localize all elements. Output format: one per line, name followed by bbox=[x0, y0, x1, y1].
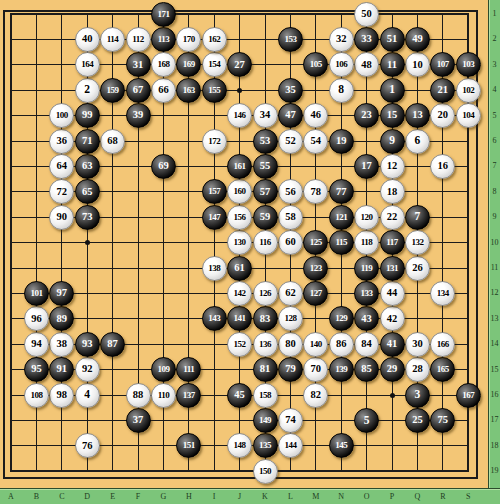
stone-58-L9[interactable]: 58 bbox=[278, 205, 303, 230]
stone-move-number: 28 bbox=[412, 364, 423, 375]
stone-22-P9[interactable]: 22 bbox=[380, 205, 405, 230]
stone-166-R14[interactable]: 166 bbox=[430, 332, 455, 357]
stone-move-number: 153 bbox=[284, 35, 296, 44]
stone-25-Q17[interactable]: 25 bbox=[405, 408, 430, 433]
stone-11-P3[interactable]: 11 bbox=[380, 52, 405, 77]
row-label-8: 8 bbox=[489, 187, 500, 197]
stone-move-number: 18 bbox=[387, 187, 398, 198]
stone-move-number: 39 bbox=[133, 110, 144, 121]
stone-21-R4[interactable]: 21 bbox=[430, 78, 455, 103]
stone-move-number: 106 bbox=[335, 60, 347, 69]
stone-move-number: 108 bbox=[30, 391, 42, 400]
stone-106-N3[interactable]: 106 bbox=[329, 52, 354, 77]
stone-44-P12[interactable]: 44 bbox=[380, 281, 405, 306]
stone-move-number: 8 bbox=[338, 84, 344, 96]
stone-move-number: 72 bbox=[57, 187, 68, 198]
stone-move-number: 104 bbox=[462, 111, 474, 120]
column-label-O: O bbox=[357, 492, 377, 501]
stone-36-C6[interactable]: 36 bbox=[49, 129, 74, 154]
stone-move-number: 66 bbox=[158, 85, 169, 96]
go-board[interactable]: 1234567891011121315161718192021222325262… bbox=[0, 0, 488, 488]
column-label-M: M bbox=[306, 492, 326, 501]
stone-156-J9[interactable]: 156 bbox=[227, 205, 252, 230]
stone-move-number: 84 bbox=[361, 339, 372, 350]
row-label-5: 5 bbox=[489, 111, 500, 121]
stone-move-number: 11 bbox=[387, 60, 397, 71]
stone-move-number: 94 bbox=[31, 339, 42, 350]
stone-163-H4[interactable]: 163 bbox=[176, 78, 201, 103]
stone-113-G2[interactable]: 113 bbox=[151, 27, 176, 52]
stone-99-D5[interactable]: 99 bbox=[75, 103, 100, 128]
stone-13-Q5[interactable]: 13 bbox=[405, 103, 430, 128]
stone-move-number: 54 bbox=[311, 136, 322, 147]
stone-167-S16[interactable]: 167 bbox=[456, 383, 481, 408]
stone-move-number: 135 bbox=[259, 441, 271, 450]
row-label-7: 7 bbox=[489, 161, 500, 171]
stone-38-C14[interactable]: 38 bbox=[49, 332, 74, 357]
stone-117-P10[interactable]: 117 bbox=[380, 230, 405, 255]
stone-126-K12[interactable]: 126 bbox=[253, 281, 278, 306]
stone-110-G16[interactable]: 110 bbox=[151, 383, 176, 408]
stone-154-I3[interactable]: 154 bbox=[202, 52, 227, 77]
stone-move-number: 82 bbox=[311, 390, 322, 401]
stone-18-P8[interactable]: 18 bbox=[380, 179, 405, 204]
stone-move-number: 3 bbox=[415, 389, 421, 401]
stone-147-I9[interactable]: 147 bbox=[202, 205, 227, 230]
stone-108-B16[interactable]: 108 bbox=[24, 383, 49, 408]
stone-131-P11[interactable]: 131 bbox=[380, 256, 405, 281]
stone-51-P2[interactable]: 51 bbox=[380, 27, 405, 52]
stone-move-number: 107 bbox=[437, 60, 449, 69]
stone-81-K15[interactable]: 81 bbox=[253, 357, 278, 382]
stone-71-D6[interactable]: 71 bbox=[75, 129, 100, 154]
row-label-9: 9 bbox=[489, 212, 500, 222]
stone-62-L12[interactable]: 62 bbox=[278, 281, 303, 306]
stone-164-D3[interactable]: 164 bbox=[75, 52, 100, 77]
stone-149-K17[interactable]: 149 bbox=[253, 408, 278, 433]
stone-90-C9[interactable]: 90 bbox=[49, 205, 74, 230]
stone-139-N15[interactable]: 139 bbox=[329, 357, 354, 382]
column-label-Q: Q bbox=[407, 492, 427, 501]
stone-88-F16[interactable]: 88 bbox=[126, 383, 151, 408]
stone-73-D9[interactable]: 73 bbox=[75, 205, 100, 230]
stone-37-F17[interactable]: 37 bbox=[126, 408, 151, 433]
stone-move-number: 36 bbox=[57, 136, 68, 147]
stone-34-K5[interactable]: 34 bbox=[253, 103, 278, 128]
stone-92-D15[interactable]: 92 bbox=[75, 357, 100, 382]
stone-4-D16[interactable]: 4 bbox=[75, 383, 100, 408]
stone-move-number: 76 bbox=[82, 441, 93, 452]
stone-67-F4[interactable]: 67 bbox=[126, 78, 151, 103]
stone-95-B15[interactable]: 95 bbox=[24, 357, 49, 382]
stone-move-number: 171 bbox=[157, 10, 169, 19]
stone-32-N2[interactable]: 32 bbox=[329, 27, 354, 52]
stone-123-M11[interactable]: 123 bbox=[303, 256, 328, 281]
stone-move-number: 148 bbox=[234, 441, 246, 450]
stone-84-O14[interactable]: 84 bbox=[354, 332, 379, 357]
stone-move-number: 129 bbox=[335, 314, 347, 323]
stone-move-number: 35 bbox=[285, 85, 296, 96]
row-label-3: 3 bbox=[489, 60, 500, 70]
stone-33-O2[interactable]: 33 bbox=[354, 27, 379, 52]
row-label-10: 10 bbox=[489, 238, 500, 248]
stone-move-number: 59 bbox=[260, 212, 271, 223]
stone-140-M14[interactable]: 140 bbox=[303, 332, 328, 357]
stone-move-number: 154 bbox=[208, 60, 220, 69]
stone-move-number: 157 bbox=[208, 187, 220, 196]
stone-move-number: 92 bbox=[82, 364, 93, 375]
stone-move-number: 80 bbox=[285, 339, 296, 350]
column-label-E: E bbox=[103, 492, 123, 501]
stone-65-D8[interactable]: 65 bbox=[75, 179, 100, 204]
stone-6-Q6[interactable]: 6 bbox=[405, 129, 430, 154]
stone-move-number: 23 bbox=[361, 110, 372, 121]
stone-26-Q11[interactable]: 26 bbox=[405, 256, 430, 281]
stone-31-F3[interactable]: 31 bbox=[126, 52, 151, 77]
stone-move-number: 167 bbox=[462, 391, 474, 400]
stone-112-F2[interactable]: 112 bbox=[126, 27, 151, 52]
stone-171-G1[interactable]: 171 bbox=[151, 2, 176, 27]
stone-9-P6[interactable]: 9 bbox=[380, 129, 405, 154]
stone-move-number: 49 bbox=[412, 34, 423, 45]
stone-move-number: 125 bbox=[310, 238, 322, 247]
stone-102-S4[interactable]: 102 bbox=[456, 78, 481, 103]
row-coordinate-strip: 12345678910111213141516171819 bbox=[488, 0, 500, 488]
stone-move-number: 115 bbox=[335, 238, 347, 247]
stone-19-N6[interactable]: 19 bbox=[329, 129, 354, 154]
stone-79-L15[interactable]: 79 bbox=[278, 357, 303, 382]
stone-move-number: 5 bbox=[364, 415, 370, 427]
stone-41-P14[interactable]: 41 bbox=[380, 332, 405, 357]
column-label-P: P bbox=[382, 492, 402, 501]
stone-move-number: 109 bbox=[157, 365, 169, 374]
stone-59-K9[interactable]: 59 bbox=[253, 205, 278, 230]
stone-move-number: 151 bbox=[183, 441, 195, 450]
stone-50-O1[interactable]: 50 bbox=[354, 2, 379, 27]
column-label-F: F bbox=[128, 492, 148, 501]
stone-120-O9[interactable]: 120 bbox=[354, 205, 379, 230]
stone-move-number: 120 bbox=[361, 213, 373, 222]
stone-move-number: 152 bbox=[234, 340, 246, 349]
stone-move-number: 147 bbox=[208, 213, 220, 222]
stone-135-K18[interactable]: 135 bbox=[253, 433, 278, 458]
stone-move-number: 71 bbox=[82, 136, 93, 147]
stone-101-B12[interactable]: 101 bbox=[24, 281, 49, 306]
stone-104-S5[interactable]: 104 bbox=[456, 103, 481, 128]
stone-move-number: 136 bbox=[259, 340, 271, 349]
stone-98-C16[interactable]: 98 bbox=[49, 383, 74, 408]
stone-move-number: 38 bbox=[57, 339, 68, 350]
stone-60-L10[interactable]: 60 bbox=[278, 230, 303, 255]
stone-move-number: 118 bbox=[361, 238, 373, 247]
stone-move-number: 156 bbox=[234, 213, 246, 222]
row-label-2: 2 bbox=[489, 34, 500, 44]
stone-move-number: 78 bbox=[311, 187, 322, 198]
row-label-16: 16 bbox=[489, 390, 500, 400]
stone-68-E6[interactable]: 68 bbox=[100, 129, 125, 154]
stone-7-Q9[interactable]: 7 bbox=[405, 205, 430, 230]
stone-103-S3[interactable]: 103 bbox=[456, 52, 481, 77]
stone-move-number: 91 bbox=[57, 364, 68, 375]
stone-74-L17[interactable]: 74 bbox=[278, 408, 303, 433]
stone-142-J12[interactable]: 142 bbox=[227, 281, 252, 306]
stone-move-number: 110 bbox=[158, 391, 170, 400]
stone-47-L5[interactable]: 47 bbox=[278, 103, 303, 128]
stone-move-number: 55 bbox=[260, 161, 271, 172]
stone-move-number: 161 bbox=[234, 162, 246, 171]
column-label-D: D bbox=[77, 492, 97, 501]
stone-move-number: 75 bbox=[438, 415, 449, 426]
stone-152-J14[interactable]: 152 bbox=[227, 332, 252, 357]
stone-move-number: 57 bbox=[260, 187, 271, 198]
stone-move-number: 85 bbox=[361, 364, 372, 375]
stone-move-number: 131 bbox=[386, 264, 398, 273]
stone-109-G15[interactable]: 109 bbox=[151, 357, 176, 382]
stone-move-number: 37 bbox=[133, 415, 144, 426]
stone-49-Q2[interactable]: 49 bbox=[405, 27, 430, 52]
stone-move-number: 130 bbox=[234, 238, 246, 247]
column-label-N: N bbox=[331, 492, 351, 501]
stone-87-E14[interactable]: 87 bbox=[100, 332, 125, 357]
stone-move-number: 172 bbox=[208, 137, 220, 146]
column-label-H: H bbox=[179, 492, 199, 501]
column-label-I: I bbox=[204, 492, 224, 501]
stone-move-number: 46 bbox=[311, 110, 322, 121]
stone-move-number: 142 bbox=[234, 289, 246, 298]
stone-116-K10[interactable]: 116 bbox=[253, 230, 278, 255]
stone-move-number: 88 bbox=[133, 390, 144, 401]
stone-3-Q16[interactable]: 3 bbox=[405, 383, 430, 408]
stone-move-number: 90 bbox=[57, 212, 68, 223]
stone-move-number: 99 bbox=[82, 110, 93, 121]
stone-8-N4[interactable]: 8 bbox=[329, 78, 354, 103]
stone-158-K16[interactable]: 158 bbox=[253, 383, 278, 408]
row-label-18: 18 bbox=[489, 441, 500, 451]
stone-move-number: 68 bbox=[107, 136, 118, 147]
stone-move-number: 63 bbox=[82, 161, 93, 172]
row-label-1: 1 bbox=[489, 9, 500, 19]
stone-move-number: 83 bbox=[260, 314, 271, 325]
stone-52-L6[interactable]: 52 bbox=[278, 129, 303, 154]
stone-86-N14[interactable]: 86 bbox=[329, 332, 354, 357]
stone-move-number: 73 bbox=[82, 212, 93, 223]
stone-move-number: 81 bbox=[260, 364, 271, 375]
stone-137-H16[interactable]: 137 bbox=[176, 383, 201, 408]
stone-move-number: 98 bbox=[57, 390, 68, 401]
stone-move-number: 15 bbox=[387, 110, 398, 121]
stone-move-number: 48 bbox=[361, 60, 372, 71]
stone-move-number: 155 bbox=[208, 86, 220, 95]
stone-move-number: 52 bbox=[285, 136, 296, 147]
stone-move-number: 137 bbox=[183, 391, 195, 400]
stone-move-number: 74 bbox=[285, 415, 296, 426]
stone-move-number: 9 bbox=[389, 135, 395, 147]
stone-move-number: 140 bbox=[310, 340, 322, 349]
stone-45-J16[interactable]: 45 bbox=[227, 383, 252, 408]
star-point bbox=[237, 88, 242, 93]
stone-82-M16[interactable]: 82 bbox=[303, 383, 328, 408]
stone-move-number: 170 bbox=[183, 35, 195, 44]
stone-161-J7[interactable]: 161 bbox=[227, 154, 252, 179]
stone-121-N9[interactable]: 121 bbox=[329, 205, 354, 230]
stone-move-number: 143 bbox=[208, 314, 220, 323]
stone-move-number: 165 bbox=[437, 365, 449, 374]
stone-move-number: 138 bbox=[208, 264, 220, 273]
stone-15-P5[interactable]: 15 bbox=[380, 103, 405, 128]
stone-138-I11[interactable]: 138 bbox=[202, 256, 227, 281]
stone-move-number: 160 bbox=[234, 187, 246, 196]
stone-move-number: 127 bbox=[310, 289, 322, 298]
stone-move-number: 114 bbox=[107, 35, 119, 44]
stone-move-number: 32 bbox=[336, 34, 347, 45]
stone-80-L14[interactable]: 80 bbox=[278, 332, 303, 357]
stone-move-number: 164 bbox=[81, 60, 93, 69]
stone-133-O12[interactable]: 133 bbox=[354, 281, 379, 306]
stone-17-O7[interactable]: 17 bbox=[354, 154, 379, 179]
stone-move-number: 40 bbox=[82, 34, 93, 45]
stone-61-J11[interactable]: 61 bbox=[227, 256, 252, 281]
column-label-J: J bbox=[230, 492, 250, 501]
stone-move-number: 89 bbox=[57, 314, 68, 325]
stone-172-I6[interactable]: 172 bbox=[202, 129, 227, 154]
stone-move-number: 17 bbox=[361, 161, 372, 172]
stone-move-number: 22 bbox=[387, 212, 398, 223]
stone-move-number: 162 bbox=[208, 35, 220, 44]
stone-66-G4[interactable]: 66 bbox=[151, 78, 176, 103]
row-label-11: 11 bbox=[489, 263, 500, 273]
stone-move-number: 19 bbox=[336, 136, 347, 147]
stone-69-G7[interactable]: 69 bbox=[151, 154, 176, 179]
stone-move-number: 27 bbox=[234, 60, 245, 71]
stone-move-number: 105 bbox=[310, 60, 322, 69]
stone-move-number: 101 bbox=[30, 289, 42, 298]
stone-move-number: 121 bbox=[335, 213, 347, 222]
stone-move-number: 145 bbox=[335, 441, 347, 450]
stone-move-number: 77 bbox=[336, 187, 347, 198]
stone-42-P13[interactable]: 42 bbox=[380, 306, 405, 331]
stone-40-D2[interactable]: 40 bbox=[75, 27, 100, 52]
stone-move-number: 34 bbox=[260, 110, 271, 121]
star-point bbox=[85, 240, 90, 245]
stone-115-N10[interactable]: 115 bbox=[329, 230, 354, 255]
stone-57-K8[interactable]: 57 bbox=[253, 179, 278, 204]
column-coordinate-strip: ABCDEFGHIJKLMNOPQRS bbox=[0, 488, 500, 504]
grid-line-horizontal bbox=[10, 470, 469, 472]
stone-54-M6[interactable]: 54 bbox=[303, 129, 328, 154]
stone-162-I2[interactable]: 162 bbox=[202, 27, 227, 52]
stone-move-number: 30 bbox=[412, 339, 423, 350]
stone-move-number: 58 bbox=[285, 212, 296, 223]
stone-77-N8[interactable]: 77 bbox=[329, 179, 354, 204]
stone-157-I8[interactable]: 157 bbox=[202, 179, 227, 204]
stone-move-number: 50 bbox=[361, 9, 372, 20]
stone-move-number: 1 bbox=[389, 84, 395, 96]
row-label-14: 14 bbox=[489, 339, 500, 349]
stone-move-number: 43 bbox=[361, 314, 372, 325]
stone-159-E4[interactable]: 159 bbox=[100, 78, 125, 103]
column-label-K: K bbox=[255, 492, 275, 501]
stone-move-number: 119 bbox=[361, 264, 373, 273]
stone-55-K7[interactable]: 55 bbox=[253, 154, 278, 179]
stone-move-number: 69 bbox=[158, 161, 169, 172]
stone-move-number: 31 bbox=[133, 60, 144, 71]
stone-move-number: 20 bbox=[438, 110, 449, 121]
stone-move-number: 4 bbox=[84, 389, 90, 401]
stone-move-number: 95 bbox=[31, 364, 42, 375]
stone-move-number: 146 bbox=[234, 111, 246, 120]
stone-93-D14[interactable]: 93 bbox=[75, 332, 100, 357]
stone-30-Q14[interactable]: 30 bbox=[405, 332, 430, 357]
stone-76-D18[interactable]: 76 bbox=[75, 433, 100, 458]
stone-move-number: 86 bbox=[336, 339, 347, 350]
stone-63-D7[interactable]: 63 bbox=[75, 154, 100, 179]
stone-1-P4[interactable]: 1 bbox=[380, 78, 405, 103]
row-label-17: 17 bbox=[489, 415, 500, 425]
stone-move-number: 33 bbox=[361, 34, 372, 45]
stone-move-number: 61 bbox=[234, 263, 245, 274]
stone-move-number: 26 bbox=[412, 263, 423, 274]
stone-move-number: 168 bbox=[157, 60, 169, 69]
stone-move-number: 79 bbox=[285, 364, 296, 375]
column-label-S: S bbox=[458, 492, 478, 501]
stone-move-number: 41 bbox=[387, 339, 398, 350]
row-label-6: 6 bbox=[489, 136, 500, 146]
stone-12-P7[interactable]: 12 bbox=[380, 154, 405, 179]
row-label-13: 13 bbox=[489, 314, 500, 324]
stone-move-number: 166 bbox=[437, 340, 449, 349]
stone-move-number: 102 bbox=[462, 86, 474, 95]
stone-move-number: 53 bbox=[260, 136, 271, 147]
stone-136-K14[interactable]: 136 bbox=[253, 332, 278, 357]
stone-move-number: 12 bbox=[387, 161, 398, 172]
stone-move-number: 103 bbox=[462, 60, 474, 69]
stone-move-number: 100 bbox=[56, 111, 68, 120]
stone-150-K19[interactable]: 150 bbox=[253, 459, 278, 484]
stone-move-number: 44 bbox=[387, 288, 398, 299]
stone-29-P15[interactable]: 29 bbox=[380, 357, 405, 382]
stone-move-number: 96 bbox=[31, 314, 42, 325]
stone-53-K6[interactable]: 53 bbox=[253, 129, 278, 154]
stone-move-number: 111 bbox=[183, 365, 194, 374]
stone-35-L4[interactable]: 35 bbox=[278, 78, 303, 103]
stone-move-number: 10 bbox=[412, 60, 423, 71]
stone-move-number: 128 bbox=[284, 314, 296, 323]
stone-move-number: 158 bbox=[259, 391, 271, 400]
stone-119-O11[interactable]: 119 bbox=[354, 256, 379, 281]
stone-155-I4[interactable]: 155 bbox=[202, 78, 227, 103]
stone-94-B14[interactable]: 94 bbox=[24, 332, 49, 357]
stone-5-O17[interactable]: 5 bbox=[354, 408, 379, 433]
stone-153-L2[interactable]: 153 bbox=[278, 27, 303, 52]
stone-132-Q10[interactable]: 132 bbox=[405, 230, 430, 255]
stone-move-number: 45 bbox=[234, 390, 245, 401]
stone-move-number: 169 bbox=[183, 60, 195, 69]
stone-83-K13[interactable]: 83 bbox=[253, 306, 278, 331]
stone-move-number: 51 bbox=[387, 34, 398, 45]
stone-143-I13[interactable]: 143 bbox=[202, 306, 227, 331]
stone-move-number: 132 bbox=[411, 238, 423, 247]
stone-move-number: 113 bbox=[158, 35, 170, 44]
stone-145-N18[interactable]: 145 bbox=[329, 433, 354, 458]
stone-129-N13[interactable]: 129 bbox=[329, 306, 354, 331]
column-label-L: L bbox=[280, 492, 300, 501]
stone-28-Q15[interactable]: 28 bbox=[405, 357, 430, 382]
stone-114-E2[interactable]: 114 bbox=[100, 27, 125, 52]
stone-move-number: 29 bbox=[387, 364, 398, 375]
stone-39-F5[interactable]: 39 bbox=[126, 103, 151, 128]
stone-2-D4[interactable]: 2 bbox=[75, 78, 100, 103]
star-point bbox=[390, 393, 395, 398]
